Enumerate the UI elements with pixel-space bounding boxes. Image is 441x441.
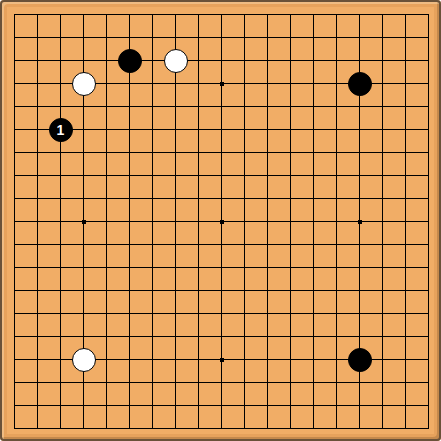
board-pieces-layer: 1: [0, 0, 441, 441]
white-stone: [72, 72, 96, 96]
black-stone: [348, 348, 372, 372]
white-stone: [72, 348, 96, 372]
hoshi-point: [82, 220, 86, 224]
hoshi-point: [220, 220, 224, 224]
hoshi-point: [358, 220, 362, 224]
board-frame: 1: [0, 0, 441, 441]
black-stone: 1: [49, 118, 73, 142]
black-stone: [118, 49, 142, 73]
move-number-label: 1: [57, 123, 65, 137]
go-board-diagram: 1: [0, 0, 441, 441]
white-stone: [164, 49, 188, 73]
black-stone: [348, 72, 372, 96]
hoshi-point: [220, 82, 224, 86]
hoshi-point: [220, 358, 224, 362]
